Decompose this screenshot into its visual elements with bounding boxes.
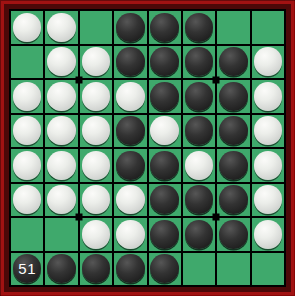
white-disc <box>185 151 213 180</box>
black-disc <box>185 13 213 42</box>
white-disc <box>47 82 75 111</box>
white-disc <box>254 185 282 214</box>
cell-a1[interactable] <box>11 11 43 44</box>
black-disc <box>116 151 144 180</box>
black-disc <box>219 116 247 145</box>
cell-c1[interactable] <box>80 11 112 44</box>
white-disc <box>254 151 282 180</box>
cell-c6[interactable] <box>80 184 112 217</box>
cell-a8[interactable]: 51 <box>11 253 43 286</box>
cell-d7[interactable] <box>114 218 146 251</box>
cell-d5[interactable] <box>114 149 146 182</box>
white-disc <box>13 82 41 111</box>
cell-b3[interactable] <box>45 80 77 113</box>
black-disc <box>150 82 178 111</box>
cell-g7[interactable] <box>217 218 249 251</box>
cell-f5[interactable] <box>183 149 215 182</box>
white-disc <box>82 151 110 180</box>
white-disc <box>150 116 178 145</box>
white-disc <box>47 47 75 76</box>
white-disc <box>82 220 110 249</box>
cell-f4[interactable] <box>183 115 215 148</box>
board-frame-inner: 51 <box>4 4 291 292</box>
cell-g6[interactable] <box>217 184 249 217</box>
cell-h5[interactable] <box>252 149 284 182</box>
black-disc: 51 <box>13 254 41 283</box>
black-disc <box>82 254 110 283</box>
cell-g8[interactable] <box>217 253 249 286</box>
cell-c8[interactable] <box>80 253 112 286</box>
black-disc <box>219 82 247 111</box>
cell-h2[interactable] <box>252 46 284 79</box>
cell-f2[interactable] <box>183 46 215 79</box>
white-disc <box>116 220 144 249</box>
cell-e8[interactable] <box>149 253 181 286</box>
cell-c7[interactable] <box>80 218 112 251</box>
othello-board: 51 <box>9 9 286 287</box>
cell-h4[interactable] <box>252 115 284 148</box>
cell-f1[interactable] <box>183 11 215 44</box>
cell-b5[interactable] <box>45 149 77 182</box>
white-disc <box>254 220 282 249</box>
cell-e5[interactable] <box>149 149 181 182</box>
cell-a4[interactable] <box>11 115 43 148</box>
cell-d4[interactable] <box>114 115 146 148</box>
cell-f7[interactable] <box>183 218 215 251</box>
black-disc <box>185 116 213 145</box>
black-disc <box>116 47 144 76</box>
black-disc <box>47 254 75 283</box>
cell-d3[interactable] <box>114 80 146 113</box>
cell-g5[interactable] <box>217 149 249 182</box>
board-frame-outer: 51 <box>0 0 295 296</box>
cell-f6[interactable] <box>183 184 215 217</box>
cell-g4[interactable] <box>217 115 249 148</box>
cell-a3[interactable] <box>11 80 43 113</box>
black-disc <box>185 47 213 76</box>
black-disc <box>150 13 178 42</box>
white-disc <box>47 13 75 42</box>
cell-a5[interactable] <box>11 149 43 182</box>
black-disc <box>185 82 213 111</box>
cell-e6[interactable] <box>149 184 181 217</box>
move-number-label: 51 <box>18 261 36 276</box>
black-disc <box>185 220 213 249</box>
cell-h6[interactable] <box>252 184 284 217</box>
black-disc <box>219 151 247 180</box>
cell-b7[interactable] <box>45 218 77 251</box>
cell-f8[interactable] <box>183 253 215 286</box>
cell-h3[interactable] <box>252 80 284 113</box>
black-disc <box>116 254 144 283</box>
white-disc <box>13 151 41 180</box>
black-disc <box>185 185 213 214</box>
black-disc <box>150 151 178 180</box>
cell-b6[interactable] <box>45 184 77 217</box>
cell-b1[interactable] <box>45 11 77 44</box>
white-disc <box>47 185 75 214</box>
white-disc <box>82 116 110 145</box>
cell-g3[interactable] <box>217 80 249 113</box>
cell-g1[interactable] <box>217 11 249 44</box>
white-disc <box>82 47 110 76</box>
cell-a6[interactable] <box>11 184 43 217</box>
cell-e2[interactable] <box>149 46 181 79</box>
white-disc <box>116 82 144 111</box>
white-disc <box>47 116 75 145</box>
white-disc <box>254 82 282 111</box>
cell-d6[interactable] <box>114 184 146 217</box>
black-disc <box>116 116 144 145</box>
white-disc <box>47 151 75 180</box>
cell-b8[interactable] <box>45 253 77 286</box>
cell-g2[interactable] <box>217 46 249 79</box>
cell-b2[interactable] <box>45 46 77 79</box>
white-disc <box>116 185 144 214</box>
cell-a7[interactable] <box>11 218 43 251</box>
cell-h1[interactable] <box>252 11 284 44</box>
cell-c5[interactable] <box>80 149 112 182</box>
cell-e7[interactable] <box>149 218 181 251</box>
cell-h7[interactable] <box>252 218 284 251</box>
white-disc <box>13 185 41 214</box>
cell-e4[interactable] <box>149 115 181 148</box>
white-disc <box>254 47 282 76</box>
white-disc <box>254 116 282 145</box>
black-disc <box>219 185 247 214</box>
cell-c2[interactable] <box>80 46 112 79</box>
cell-c3[interactable] <box>80 80 112 113</box>
cell-e3[interactable] <box>149 80 181 113</box>
cell-e1[interactable] <box>149 11 181 44</box>
cell-d8[interactable] <box>114 253 146 286</box>
black-disc <box>150 220 178 249</box>
white-disc <box>82 185 110 214</box>
cell-a2[interactable] <box>11 46 43 79</box>
black-disc <box>219 47 247 76</box>
black-disc <box>116 13 144 42</box>
cell-b4[interactable] <box>45 115 77 148</box>
white-disc <box>13 13 41 42</box>
black-disc <box>219 220 247 249</box>
cell-d2[interactable] <box>114 46 146 79</box>
cell-c4[interactable] <box>80 115 112 148</box>
white-disc <box>82 82 110 111</box>
black-disc <box>150 254 178 283</box>
cell-f3[interactable] <box>183 80 215 113</box>
black-disc <box>150 185 178 214</box>
white-disc <box>13 116 41 145</box>
cell-d1[interactable] <box>114 11 146 44</box>
cell-h8[interactable] <box>252 253 284 286</box>
black-disc <box>150 47 178 76</box>
